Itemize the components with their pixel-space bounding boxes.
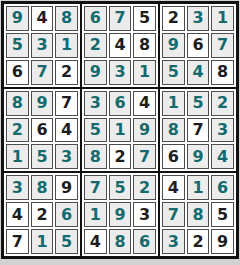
cell-r7c4[interactable]: 7 <box>84 175 107 200</box>
box-2: 675248931 <box>82 4 158 87</box>
cell-r6c7[interactable]: 6 <box>162 144 185 169</box>
cell-r5c6[interactable]: 9 <box>133 118 156 143</box>
cell-r7c3[interactable]: 9 <box>55 175 78 200</box>
cell-r9c6[interactable]: 6 <box>133 229 156 254</box>
cell-r3c7[interactable]: 5 <box>162 60 185 85</box>
cell-r6c9[interactable]: 4 <box>211 144 234 169</box>
cell-r6c5[interactable]: 2 <box>109 144 132 169</box>
cell-r7c9[interactable]: 6 <box>211 175 234 200</box>
cell-r8c4[interactable]: 1 <box>84 202 107 227</box>
cell-r2c5[interactable]: 4 <box>109 33 132 58</box>
cell-r1c2[interactable]: 4 <box>31 6 54 31</box>
cell-r9c8[interactable]: 2 <box>187 229 210 254</box>
cell-r8c3[interactable]: 6 <box>55 202 78 227</box>
cell-r1c6[interactable]: 5 <box>133 6 156 31</box>
cell-r7c2[interactable]: 8 <box>31 175 54 200</box>
cell-r2c7[interactable]: 9 <box>162 33 185 58</box>
cell-r4c8[interactable]: 5 <box>187 91 210 116</box>
box-3: 231967548 <box>160 4 236 87</box>
cell-r8c8[interactable]: 8 <box>187 202 210 227</box>
cell-r5c3[interactable]: 4 <box>55 118 78 143</box>
cell-r1c8[interactable]: 3 <box>187 6 210 31</box>
cell-r4c6[interactable]: 4 <box>133 91 156 116</box>
cell-r6c6[interactable]: 7 <box>133 144 156 169</box>
cell-r1c7[interactable]: 2 <box>162 6 185 31</box>
cell-r8c9[interactable]: 5 <box>211 202 234 227</box>
cell-r4c2[interactable]: 9 <box>31 91 54 116</box>
cell-r5c2[interactable]: 6 <box>31 118 54 143</box>
box-9: 416785329 <box>160 173 236 256</box>
cell-r5c4[interactable]: 5 <box>84 118 107 143</box>
cell-r1c9[interactable]: 1 <box>211 6 234 31</box>
box-7: 389426715 <box>4 173 80 256</box>
cell-r2c1[interactable]: 5 <box>6 33 29 58</box>
cell-r7c5[interactable]: 5 <box>109 175 132 200</box>
box-8: 752193486 <box>82 173 158 256</box>
cell-r9c2[interactable]: 1 <box>31 229 54 254</box>
cell-r2c8[interactable]: 6 <box>187 33 210 58</box>
cell-r9c4[interactable]: 4 <box>84 229 107 254</box>
cell-r3c9[interactable]: 8 <box>211 60 234 85</box>
cell-r3c8[interactable]: 4 <box>187 60 210 85</box>
cell-r6c4[interactable]: 8 <box>84 144 107 169</box>
cell-r6c8[interactable]: 9 <box>187 144 210 169</box>
cell-r9c1[interactable]: 7 <box>6 229 29 254</box>
cell-r2c6[interactable]: 8 <box>133 33 156 58</box>
cell-r3c6[interactable]: 1 <box>133 60 156 85</box>
cell-r8c7[interactable]: 7 <box>162 202 185 227</box>
cell-r5c1[interactable]: 2 <box>6 118 29 143</box>
cell-r4c1[interactable]: 8 <box>6 91 29 116</box>
cell-r3c2[interactable]: 7 <box>31 60 54 85</box>
cell-r1c5[interactable]: 7 <box>109 6 132 31</box>
cell-r2c9[interactable]: 7 <box>211 33 234 58</box>
cell-r3c5[interactable]: 3 <box>109 60 132 85</box>
sudoku-board: 9485316726752489312319675488972641533645… <box>1 1 239 259</box>
cell-r3c1[interactable]: 6 <box>6 60 29 85</box>
cell-r4c5[interactable]: 6 <box>109 91 132 116</box>
cell-r5c7[interactable]: 8 <box>162 118 185 143</box>
cell-r8c2[interactable]: 2 <box>31 202 54 227</box>
cell-r6c1[interactable]: 1 <box>6 144 29 169</box>
cell-r7c7[interactable]: 4 <box>162 175 185 200</box>
cell-r5c8[interactable]: 7 <box>187 118 210 143</box>
cell-r8c5[interactable]: 9 <box>109 202 132 227</box>
cell-r7c1[interactable]: 3 <box>6 175 29 200</box>
cell-r4c3[interactable]: 7 <box>55 91 78 116</box>
cell-r2c3[interactable]: 1 <box>55 33 78 58</box>
box-5: 364519827 <box>82 89 158 172</box>
cell-r1c4[interactable]: 6 <box>84 6 107 31</box>
cell-r4c9[interactable]: 2 <box>211 91 234 116</box>
cell-r5c5[interactable]: 1 <box>109 118 132 143</box>
cell-r4c7[interactable]: 1 <box>162 91 185 116</box>
cell-r4c4[interactable]: 3 <box>84 91 107 116</box>
cell-r9c5[interactable]: 8 <box>109 229 132 254</box>
cell-r1c1[interactable]: 9 <box>6 6 29 31</box>
cell-r9c9[interactable]: 9 <box>211 229 234 254</box>
cell-r8c1[interactable]: 4 <box>6 202 29 227</box>
cell-r1c3[interactable]: 8 <box>55 6 78 31</box>
cell-r2c4[interactable]: 2 <box>84 33 107 58</box>
cell-r6c3[interactable]: 3 <box>55 144 78 169</box>
cell-r5c9[interactable]: 3 <box>211 118 234 143</box>
cell-r6c2[interactable]: 5 <box>31 144 54 169</box>
box-1: 948531672 <box>4 4 80 87</box>
cell-r2c2[interactable]: 3 <box>31 33 54 58</box>
box-6: 152873694 <box>160 89 236 172</box>
cell-r7c6[interactable]: 2 <box>133 175 156 200</box>
cell-r7c8[interactable]: 1 <box>187 175 210 200</box>
cell-r3c3[interactable]: 2 <box>55 60 78 85</box>
cell-r8c6[interactable]: 3 <box>133 202 156 227</box>
cell-r9c3[interactable]: 5 <box>55 229 78 254</box>
cell-r3c4[interactable]: 9 <box>84 60 107 85</box>
cell-r9c7[interactable]: 3 <box>162 229 185 254</box>
box-4: 897264153 <box>4 89 80 172</box>
